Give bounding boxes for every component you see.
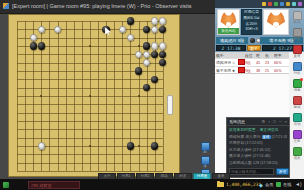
sidebar-label: 对弈 xyxy=(290,71,304,75)
quick-icon[interactable] xyxy=(280,2,284,6)
white-stone[interactable] xyxy=(159,17,166,24)
sidebar-icon xyxy=(293,113,302,122)
country-flag-icon xyxy=(238,67,245,73)
tray-status-icon[interactable] xyxy=(276,182,281,187)
folder-icon[interactable] xyxy=(217,182,224,187)
volume-icon[interactable]: ◄) xyxy=(295,181,302,187)
sidebar-item-活动[interactable]: 活动 xyxy=(290,113,304,126)
sidebar-item-直播[interactable]: 直播 xyxy=(290,45,304,58)
black-stone[interactable] xyxy=(151,142,158,149)
chat-input[interactable]: 请输入聊天内容... xyxy=(229,168,274,175)
popup-titlebar[interactable]: 系统消息 ⚙ ♪ □ ─ × xyxy=(227,118,289,126)
table-header-row: 棋手段位胜负胜率 xyxy=(215,52,289,59)
sidebar-label: 棋谱 xyxy=(290,20,304,24)
sidebar-item-成长[interactable]: 成长 xyxy=(290,147,304,160)
black-stone[interactable] xyxy=(127,17,134,24)
coin-counter: 1,400,466,231 xyxy=(226,182,261,187)
sidebar-label: 任务 xyxy=(290,139,304,143)
grid-line-h xyxy=(17,163,163,164)
tray-label-online: 在线 xyxy=(283,182,291,187)
black-player-avatar[interactable]: 欢迎光临 xyxy=(217,9,240,35)
grid-line-h xyxy=(17,154,163,155)
white-stone[interactable] xyxy=(143,59,150,66)
black-clock: 2 17:38 xyxy=(216,45,246,51)
gem-icon: ◆ xyxy=(259,182,263,188)
sidebar-icon xyxy=(293,96,302,105)
black-stone[interactable] xyxy=(143,26,150,33)
sidebar-icon xyxy=(293,62,302,71)
taskbar: #95 对弈室 1,400,466,231 ◆ 会员 在线 ◄) xyxy=(0,179,304,190)
player-row[interactable]: 清风明月 ○9段452366% xyxy=(215,59,289,67)
black-stone[interactable] xyxy=(151,76,158,83)
grid-line-h xyxy=(17,129,163,130)
white-stone[interactable] xyxy=(151,26,158,33)
grid-line-h xyxy=(17,121,163,122)
panel-top-strip xyxy=(215,0,304,8)
black-stone[interactable] xyxy=(30,42,37,49)
board-tool-button[interactable]: 谱 xyxy=(197,156,213,169)
sidebar-item-商城[interactable]: 商城 xyxy=(290,96,304,109)
popup-window-controls[interactable]: ⚙ ♪ □ ─ × xyxy=(261,119,288,124)
star-point xyxy=(40,95,42,97)
quick-icon[interactable] xyxy=(298,2,302,6)
country-flag-icon xyxy=(238,59,245,65)
sidebar-item-任务[interactable]: 任务 xyxy=(290,130,304,143)
message-timestamp: (17:21:33) xyxy=(272,135,287,139)
sidebar-item-对弈[interactable]: 对弈 xyxy=(290,62,304,75)
table-cell-name: 棋手 xyxy=(215,53,238,58)
black-stone[interactable] xyxy=(151,51,158,58)
sidebar-label: 消息 xyxy=(290,88,304,92)
star-point xyxy=(138,145,140,147)
start-icon[interactable] xyxy=(3,182,9,188)
player-stone-icon: ○ xyxy=(232,60,235,65)
tool-label: 谱 xyxy=(197,165,213,169)
go-game-window: [Expert room] | Game room #95: playing I… xyxy=(0,0,215,179)
white-stone[interactable] xyxy=(119,26,126,33)
chat-message: 当前观战人数 128 (17:58:20) xyxy=(229,160,287,167)
game-info-line: 对局信息 xyxy=(242,10,261,16)
game-info-line: 黑贴6.5目 xyxy=(242,16,261,22)
fox-snout xyxy=(226,22,231,26)
black-stone[interactable] xyxy=(135,67,142,74)
white-stone[interactable] xyxy=(159,42,166,49)
table-cell-win: 45 xyxy=(256,61,265,65)
message-timestamp: (17:51:48) xyxy=(253,154,270,158)
grid-line-h xyxy=(17,171,163,172)
black-stone[interactable] xyxy=(159,26,166,33)
star-point xyxy=(89,45,91,47)
board-tool-button[interactable]: 判 xyxy=(197,142,213,155)
panel-quick-icons xyxy=(262,2,302,6)
window-title: [Expert room] | Game room #95: playing I… xyxy=(12,3,192,9)
black-stone[interactable] xyxy=(143,42,150,49)
message-chip[interactable]: 直播 xyxy=(262,135,271,140)
white-player-avatar[interactable] xyxy=(263,9,289,35)
avatar-banner: 欢迎光临 xyxy=(218,28,239,34)
sidebar-label: 直播 xyxy=(290,54,304,58)
tray-label-vip: 会员 xyxy=(265,182,273,187)
game-info-box: 对局信息黑贴6.5目各20分30秒×3 xyxy=(241,9,262,35)
table-cell-loss: 23 xyxy=(265,61,274,65)
quick-icon[interactable] xyxy=(262,2,266,6)
star-point xyxy=(89,95,91,97)
go-board[interactable] xyxy=(8,14,180,177)
star-point xyxy=(138,95,140,97)
white-stone[interactable] xyxy=(38,142,45,149)
fox-snout xyxy=(273,22,279,26)
star-point xyxy=(89,145,91,147)
quick-icon[interactable] xyxy=(292,2,296,6)
screen: [Expert room] | Game room #95: playing I… xyxy=(0,0,304,190)
grid-line-h xyxy=(17,104,163,105)
sidebar-label: 商城 xyxy=(290,105,304,109)
sidebar-icon xyxy=(293,45,302,54)
grid-line-h xyxy=(17,113,163,114)
game-info-line: 30秒×3 xyxy=(242,27,261,33)
send-button[interactable]: 发送 xyxy=(276,168,289,175)
sidebar-icon xyxy=(293,130,302,139)
grid-line-h xyxy=(17,138,163,139)
quick-icon[interactable] xyxy=(268,2,272,6)
system-message-popup: 系统消息 ⚙ ♪ □ ─ × 欢迎来到对弈室，请文明交流 观战玩家 进入房间 直… xyxy=(226,117,290,178)
message-timestamp: (17:45:12) xyxy=(253,148,270,152)
tool-label: 判 xyxy=(197,151,213,155)
board-scroll-marker[interactable] xyxy=(167,95,173,115)
table-cell-name: 清风明月 ○ xyxy=(215,60,238,65)
table-cell-loss: 负 xyxy=(265,53,274,58)
table-cell-rank: 9段 xyxy=(245,60,256,65)
message-timestamp: (17:58:20) xyxy=(260,161,277,165)
title-bar[interactable]: [Expert room] | Game room #95: playing I… xyxy=(0,0,215,14)
table-cell-rate: 胜率 xyxy=(274,53,287,58)
popup-input-row: 请输入聊天内容... 发送 xyxy=(229,168,289,175)
grid-line-v xyxy=(114,21,115,171)
sidebar-item-消息[interactable]: 消息 xyxy=(290,79,304,92)
sidebar-item-棋谱[interactable]: 棋谱 xyxy=(290,11,304,24)
black-stone[interactable] xyxy=(127,142,134,149)
message-timestamp: (17:22:05) xyxy=(245,141,262,145)
sidebar-label: 成长 xyxy=(290,156,304,160)
grid-line-v xyxy=(106,21,107,171)
count-button[interactable]: 数子 xyxy=(247,45,261,51)
chat-message: 欢迎来到对弈室，请文明交流 xyxy=(229,127,287,134)
table-cell-rank: 段位 xyxy=(245,53,256,58)
table-cell-rate: 60% xyxy=(274,69,287,73)
sidebar-icon xyxy=(293,147,302,156)
black-player-name: 清风明月 9段 xyxy=(216,37,248,44)
sidebar-label: 好友 xyxy=(290,37,304,41)
white-stone[interactable] xyxy=(30,34,37,41)
black-stone[interactable] xyxy=(38,42,45,49)
app-icon xyxy=(3,3,9,9)
white-stone[interactable] xyxy=(143,51,150,58)
black-stone[interactable] xyxy=(143,84,150,91)
sidebar-icon xyxy=(293,11,302,20)
notification-badge xyxy=(300,78,303,81)
white-stone[interactable] xyxy=(38,26,45,33)
table-cell-win: 38 xyxy=(256,69,265,73)
quick-icon[interactable] xyxy=(274,2,278,6)
white-stone[interactable] xyxy=(54,26,61,33)
sidebar-item-好友[interactable]: 好友 xyxy=(290,28,304,41)
white-stone[interactable] xyxy=(127,34,134,41)
sidebar-label: 活动 xyxy=(290,122,304,126)
right-sidebar: 棋谱好友直播对弈消息商城活动任务成长 xyxy=(290,11,304,164)
taskbar-window-button[interactable]: #95 对弈室 xyxy=(28,181,80,189)
sidebar-icon xyxy=(293,28,302,37)
popup-title: 系统消息 xyxy=(229,119,245,124)
white-stone[interactable] xyxy=(151,42,158,49)
table-cell-win: 胜 xyxy=(256,53,265,58)
table-cell-loss: 25 xyxy=(265,69,274,73)
table-cell-rate: 66% xyxy=(274,61,287,65)
table-cell-flag xyxy=(238,59,245,66)
grid-line-v xyxy=(98,21,99,171)
black-stone[interactable] xyxy=(159,59,166,66)
popup-message-list: 欢迎来到对弈室，请文明交流 观战玩家 进入房间 直播 (17:21:33)对局开… xyxy=(227,126,289,167)
grid-line-v xyxy=(122,21,123,171)
white-stone[interactable] xyxy=(151,17,158,24)
black-stone-indicator xyxy=(250,38,255,43)
quick-icon[interactable] xyxy=(286,2,290,6)
star-point xyxy=(138,45,140,47)
white-stone[interactable] xyxy=(135,51,142,58)
black-stone[interactable] xyxy=(159,51,166,58)
